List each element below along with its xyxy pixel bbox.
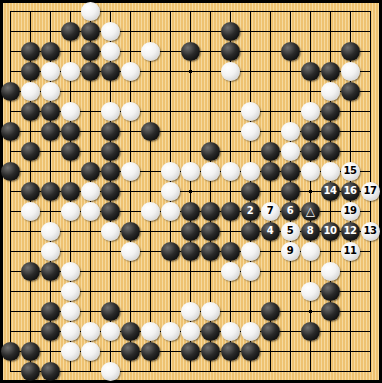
intersection[interactable] [20,201,40,221]
intersection[interactable]: △ [300,201,320,221]
intersection[interactable] [60,201,80,221]
intersection[interactable] [160,361,180,381]
intersection[interactable] [340,361,360,381]
intersection[interactable] [280,261,300,281]
intersection[interactable] [120,261,140,281]
intersection[interactable] [120,361,140,381]
intersection[interactable] [100,41,120,61]
intersection[interactable] [160,141,180,161]
intersection[interactable] [180,301,200,321]
intersection[interactable]: 10 [320,221,340,241]
intersection[interactable] [140,301,160,321]
intersection[interactable]: 2 [240,201,260,221]
intersection[interactable] [60,141,80,161]
intersection[interactable] [120,101,140,121]
intersection[interactable] [180,341,200,361]
intersection[interactable] [220,1,240,21]
intersection[interactable] [100,101,120,121]
intersection[interactable] [140,241,160,261]
intersection[interactable] [300,361,320,381]
intersection[interactable] [100,161,120,181]
intersection[interactable] [120,161,140,181]
intersection[interactable]: 7 [260,201,280,221]
intersection[interactable] [320,81,340,101]
intersection[interactable] [220,341,240,361]
intersection[interactable] [100,1,120,21]
intersection[interactable] [80,161,100,181]
intersection[interactable] [40,21,60,41]
intersection[interactable] [160,21,180,41]
intersection[interactable] [220,241,240,261]
intersection[interactable] [0,161,20,181]
intersection[interactable] [360,21,380,41]
intersection[interactable] [0,1,20,21]
intersection[interactable] [240,261,260,281]
intersection[interactable] [280,181,300,201]
intersection[interactable] [280,41,300,61]
intersection[interactable] [180,101,200,121]
intersection[interactable] [140,21,160,41]
intersection[interactable] [280,361,300,381]
intersection[interactable] [60,161,80,181]
intersection[interactable] [180,161,200,181]
intersection[interactable] [340,41,360,61]
intersection[interactable] [220,221,240,241]
intersection[interactable] [120,61,140,81]
intersection[interactable] [0,321,20,341]
intersection[interactable] [280,301,300,321]
intersection[interactable] [200,201,220,221]
intersection[interactable] [120,41,140,61]
intersection[interactable] [200,181,220,201]
intersection[interactable] [80,281,100,301]
intersection[interactable] [40,281,60,301]
intersection[interactable] [200,281,220,301]
intersection[interactable] [240,341,260,361]
intersection[interactable] [260,341,280,361]
intersection[interactable] [160,181,180,201]
intersection[interactable] [80,181,100,201]
intersection[interactable] [220,21,240,41]
intersection[interactable] [220,321,240,341]
intersection[interactable] [60,61,80,81]
intersection[interactable] [280,161,300,181]
intersection[interactable] [20,1,40,21]
intersection[interactable] [180,241,200,261]
intersection[interactable] [60,81,80,101]
intersection[interactable] [120,241,140,261]
intersection[interactable] [300,141,320,161]
intersection[interactable] [0,341,20,361]
intersection[interactable] [220,121,240,141]
intersection[interactable] [0,281,20,301]
intersection[interactable] [240,141,260,161]
intersection[interactable] [340,1,360,21]
intersection[interactable] [300,301,320,321]
intersection[interactable] [0,241,20,261]
intersection[interactable] [340,101,360,121]
intersection[interactable] [20,181,40,201]
intersection[interactable] [140,281,160,301]
intersection[interactable] [220,201,240,221]
intersection[interactable] [20,341,40,361]
intersection[interactable] [300,1,320,21]
intersection[interactable] [220,61,240,81]
intersection[interactable] [300,101,320,121]
intersection[interactable] [200,361,220,381]
intersection[interactable] [180,181,200,201]
intersection[interactable] [40,261,60,281]
intersection[interactable] [0,41,20,61]
intersection[interactable] [60,221,80,241]
intersection[interactable] [160,281,180,301]
intersection[interactable] [0,261,20,281]
intersection[interactable] [300,241,320,261]
intersection[interactable] [240,221,260,241]
intersection[interactable]: 17 [360,181,380,201]
intersection[interactable] [220,181,240,201]
intersection[interactable] [60,181,80,201]
intersection[interactable] [220,161,240,181]
intersection[interactable] [60,1,80,21]
intersection[interactable] [100,301,120,321]
intersection[interactable] [120,321,140,341]
intersection[interactable] [280,21,300,41]
intersection[interactable] [40,61,60,81]
intersection[interactable]: 12 [340,221,360,241]
intersection[interactable] [80,41,100,61]
intersection[interactable] [20,141,40,161]
intersection[interactable] [240,61,260,81]
intersection[interactable]: 13 [360,221,380,241]
intersection[interactable] [160,241,180,261]
intersection[interactable] [0,101,20,121]
intersection[interactable] [300,321,320,341]
intersection[interactable] [80,321,100,341]
intersection[interactable]: 16 [340,181,360,201]
intersection[interactable] [100,181,120,201]
intersection[interactable] [160,101,180,121]
intersection[interactable] [300,281,320,301]
intersection[interactable] [260,301,280,321]
intersection[interactable] [140,261,160,281]
intersection[interactable] [20,121,40,141]
intersection[interactable] [80,341,100,361]
intersection[interactable] [320,201,340,221]
intersection[interactable] [120,21,140,41]
intersection[interactable] [40,181,60,201]
intersection[interactable] [260,321,280,341]
intersection[interactable] [20,221,40,241]
intersection[interactable] [360,121,380,141]
intersection[interactable] [40,81,60,101]
intersection[interactable] [60,21,80,41]
intersection[interactable] [80,81,100,101]
intersection[interactable] [300,81,320,101]
intersection[interactable] [80,1,100,21]
intersection[interactable] [40,161,60,181]
intersection[interactable] [100,141,120,161]
intersection[interactable] [160,1,180,21]
intersection[interactable] [160,321,180,341]
intersection[interactable] [320,121,340,141]
intersection[interactable] [340,21,360,41]
intersection[interactable] [160,41,180,61]
intersection[interactable] [80,21,100,41]
intersection[interactable] [240,21,260,41]
intersection[interactable] [20,81,40,101]
intersection[interactable] [60,301,80,321]
intersection[interactable] [80,301,100,321]
intersection[interactable] [240,101,260,121]
intersection[interactable] [260,281,280,301]
intersection[interactable] [180,1,200,21]
intersection[interactable] [40,121,60,141]
intersection[interactable] [340,261,360,281]
intersection[interactable] [120,141,140,161]
intersection[interactable] [160,261,180,281]
intersection[interactable] [20,41,40,61]
intersection[interactable] [60,101,80,121]
intersection[interactable] [40,141,60,161]
intersection[interactable] [120,121,140,141]
intersection[interactable] [120,301,140,321]
intersection[interactable] [280,341,300,361]
intersection[interactable] [80,261,100,281]
intersection[interactable] [200,61,220,81]
intersection[interactable] [240,241,260,261]
intersection[interactable]: 4 [260,221,280,241]
intersection[interactable] [180,261,200,281]
intersection[interactable] [100,261,120,281]
intersection[interactable] [240,81,260,101]
intersection[interactable] [20,101,40,121]
intersection[interactable]: 15 [340,161,360,181]
intersection[interactable] [300,181,320,201]
intersection[interactable] [140,41,160,61]
intersection[interactable] [320,61,340,81]
intersection[interactable] [200,81,220,101]
intersection[interactable] [340,281,360,301]
intersection[interactable] [100,21,120,41]
intersection[interactable] [300,341,320,361]
intersection[interactable] [220,361,240,381]
intersection[interactable] [280,81,300,101]
intersection[interactable] [200,341,220,361]
intersection[interactable] [140,141,160,161]
intersection[interactable] [240,181,260,201]
intersection[interactable] [220,301,240,321]
intersection[interactable] [360,61,380,81]
intersection[interactable] [140,61,160,81]
intersection[interactable] [220,101,240,121]
intersection[interactable] [300,121,320,141]
intersection[interactable] [320,1,340,21]
intersection[interactable] [180,221,200,241]
intersection[interactable] [140,161,160,181]
intersection[interactable] [280,141,300,161]
intersection[interactable] [260,241,280,261]
intersection[interactable] [140,181,160,201]
intersection[interactable] [260,101,280,121]
intersection[interactable] [280,61,300,81]
intersection[interactable] [120,1,140,21]
intersection[interactable]: 19 [340,201,360,221]
intersection[interactable] [360,261,380,281]
intersection[interactable] [360,1,380,21]
intersection[interactable] [60,121,80,141]
intersection[interactable] [40,341,60,361]
intersection[interactable] [160,201,180,221]
intersection[interactable] [180,321,200,341]
intersection[interactable] [180,281,200,301]
intersection[interactable] [60,321,80,341]
intersection[interactable] [220,141,240,161]
intersection[interactable] [100,201,120,221]
intersection[interactable] [120,281,140,301]
intersection[interactable] [40,221,60,241]
intersection[interactable]: 6 [280,201,300,221]
intersection[interactable] [20,321,40,341]
intersection[interactable] [20,361,40,381]
intersection[interactable]: 9 [280,241,300,261]
intersection[interactable] [160,221,180,241]
intersection[interactable] [280,1,300,21]
intersection[interactable] [0,301,20,321]
intersection[interactable] [0,181,20,201]
intersection[interactable] [320,261,340,281]
intersection[interactable] [80,241,100,261]
intersection[interactable] [260,81,280,101]
intersection[interactable] [160,341,180,361]
intersection[interactable] [220,261,240,281]
intersection[interactable] [40,301,60,321]
intersection[interactable] [200,41,220,61]
intersection[interactable] [260,1,280,21]
intersection[interactable] [240,281,260,301]
intersection[interactable] [240,361,260,381]
intersection[interactable] [240,1,260,21]
intersection[interactable] [220,41,240,61]
intersection[interactable] [60,41,80,61]
intersection[interactable] [320,341,340,361]
intersection[interactable] [140,321,160,341]
intersection[interactable] [160,121,180,141]
intersection[interactable] [180,141,200,161]
intersection[interactable] [340,341,360,361]
intersection[interactable] [180,81,200,101]
intersection[interactable] [300,41,320,61]
intersection[interactable] [240,161,260,181]
intersection[interactable] [180,41,200,61]
intersection[interactable] [20,301,40,321]
intersection[interactable] [360,101,380,121]
intersection[interactable] [140,121,160,141]
intersection[interactable] [220,281,240,301]
intersection[interactable] [320,41,340,61]
intersection[interactable] [320,141,340,161]
intersection[interactable] [200,221,220,241]
intersection[interactable] [260,121,280,141]
intersection[interactable]: 8 [300,221,320,241]
intersection[interactable] [360,41,380,61]
intersection[interactable] [80,101,100,121]
intersection[interactable] [280,321,300,341]
intersection[interactable] [260,181,280,201]
intersection[interactable] [220,81,240,101]
intersection[interactable] [340,61,360,81]
intersection[interactable]: 14 [320,181,340,201]
intersection[interactable] [0,361,20,381]
intersection[interactable] [140,201,160,221]
intersection[interactable] [100,81,120,101]
intersection[interactable] [180,121,200,141]
intersection[interactable] [140,81,160,101]
intersection[interactable] [100,341,120,361]
intersection[interactable] [180,21,200,41]
intersection[interactable] [360,201,380,221]
intersection[interactable] [200,1,220,21]
intersection[interactable] [160,61,180,81]
intersection[interactable] [200,241,220,261]
intersection[interactable] [140,361,160,381]
intersection[interactable] [280,121,300,141]
intersection[interactable] [240,121,260,141]
intersection[interactable] [260,261,280,281]
intersection[interactable] [340,121,360,141]
intersection[interactable] [140,1,160,21]
intersection[interactable] [0,121,20,141]
intersection[interactable] [120,221,140,241]
intersection[interactable] [320,321,340,341]
intersection[interactable] [360,361,380,381]
intersection[interactable] [140,221,160,241]
intersection[interactable] [120,181,140,201]
intersection[interactable] [260,361,280,381]
intersection[interactable] [100,321,120,341]
intersection[interactable] [340,321,360,341]
intersection[interactable] [40,41,60,61]
intersection[interactable] [200,121,220,141]
intersection[interactable] [360,81,380,101]
intersection[interactable] [340,141,360,161]
intersection[interactable] [80,61,100,81]
intersection[interactable] [320,301,340,321]
intersection[interactable] [80,121,100,141]
intersection[interactable] [200,141,220,161]
intersection[interactable] [120,201,140,221]
intersection[interactable] [0,21,20,41]
intersection[interactable] [260,61,280,81]
intersection[interactable] [360,341,380,361]
intersection[interactable] [0,221,20,241]
intersection[interactable] [100,281,120,301]
intersection[interactable] [360,281,380,301]
intersection[interactable] [20,281,40,301]
intersection[interactable] [100,221,120,241]
intersection[interactable] [60,261,80,281]
intersection[interactable] [360,161,380,181]
intersection[interactable] [320,281,340,301]
intersection[interactable] [360,141,380,161]
intersection[interactable] [320,241,340,261]
intersection[interactable] [300,21,320,41]
intersection[interactable]: 11 [340,241,360,261]
intersection[interactable] [360,241,380,261]
intersection[interactable] [320,101,340,121]
intersection[interactable] [60,281,80,301]
intersection[interactable] [20,261,40,281]
